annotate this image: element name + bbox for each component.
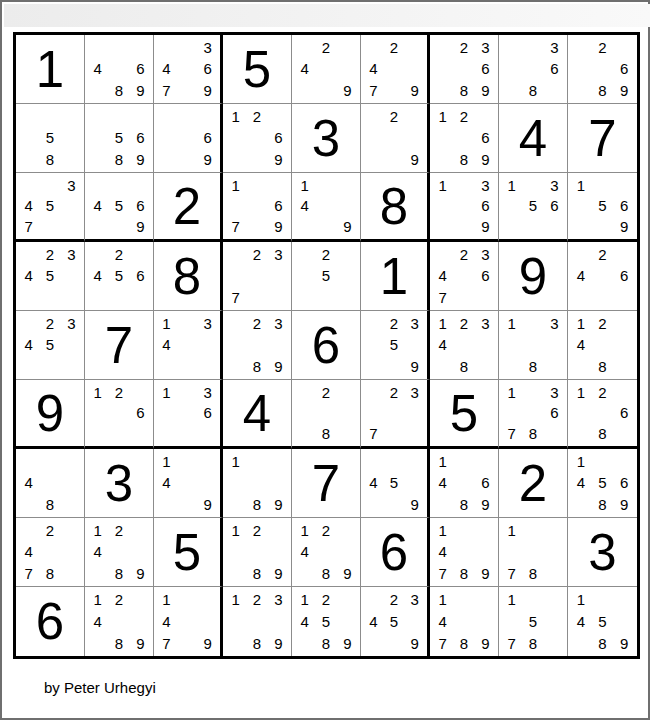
pencil-mark [613,423,635,444]
cell-r9c8[interactable]: 1578 [499,587,568,656]
candidate-grid: 12689 [430,104,498,172]
cell-r8c5[interactable]: 12489 [292,518,361,587]
candidate-grid: 1289 [223,518,291,586]
cell-r5c6[interactable]: 2359 [361,311,430,380]
pencil-mark [246,287,267,308]
pencil-mark: 1 [501,589,522,611]
pencil-mark [570,494,592,515]
page: 1468934679524924792368936826895856896912… [0,0,650,720]
cell-r4c7[interactable]: 23467 [430,242,499,311]
cell-r8c4[interactable]: 1289 [223,518,292,587]
pencil-mark [246,216,267,237]
given-digit: 8 [361,173,427,239]
cell-r2c8[interactable]: 4 [499,104,568,173]
cell-r5c1[interactable]: 2345 [16,311,85,380]
cell-r6c3[interactable]: 136 [154,380,223,449]
pencil-mark [363,149,384,170]
pencil-mark [337,403,358,424]
pencil-mark [156,356,177,377]
pencil-mark [18,149,39,170]
pencil-mark: 3 [544,382,565,403]
pencil-mark [522,175,543,196]
cell-r4c1[interactable]: 2345 [16,242,85,311]
pencil-mark: 1 [294,520,315,541]
candidate-grid: 2345 [16,242,84,310]
cell-r7c9[interactable]: 145689 [568,449,637,518]
candidate-grid: 2689 [568,35,637,103]
pencil-mark: 8 [39,149,60,170]
cell-r1c4[interactable]: 5 [223,35,292,104]
pencil-mark [384,403,405,424]
pencil-mark [177,472,198,493]
pencil-mark [363,37,384,58]
cell-r5c2[interactable]: 7 [85,311,154,380]
cell-r9c2[interactable]: 12489 [85,587,154,656]
pencil-mark: 4 [18,541,39,562]
pencil-mark [61,356,82,377]
pencil-mark [87,149,108,170]
cell-r6c1[interactable]: 9 [16,380,85,449]
pencil-mark: 8 [592,494,614,515]
pencil-mark [544,520,565,541]
cell-r5c5[interactable]: 6 [292,311,361,380]
pencil-mark [294,37,315,58]
pencil-mark: 2 [315,589,336,611]
cell-r1c6[interactable]: 2479 [361,35,430,104]
pencil-mark: 4 [18,334,39,355]
candidate-grid: 58 [16,104,84,172]
cell-r2c5[interactable]: 3 [292,104,361,173]
pencil-mark: 9 [613,216,635,237]
pencil-mark [177,149,198,170]
pencil-mark: 9 [197,632,218,654]
cell-r3c8[interactable]: 1356 [499,173,568,242]
pencil-mark [108,403,129,424]
given-digit: 3 [85,449,153,517]
pencil-mark [39,106,60,127]
cell-r4c4[interactable]: 237 [223,242,292,311]
pencil-mark [453,196,474,217]
pencil-mark: 1 [570,175,592,196]
pencil-mark [613,244,635,265]
pencil-mark: 9 [337,216,358,237]
cell-r7c3[interactable]: 149 [154,449,223,518]
pencil-mark [315,175,336,196]
pencil-mark [522,403,543,424]
cell-r4c5[interactable]: 25 [292,242,361,311]
cell-r2c2[interactable]: 5689 [85,104,154,173]
cell-r4c2[interactable]: 2456 [85,242,154,311]
pencil-mark [337,37,358,58]
pencil-mark [108,37,129,58]
cell-r6c8[interactable]: 13678 [499,380,568,449]
pencil-mark [177,356,198,377]
pencil-mark: 6 [613,58,635,79]
pencil-mark [108,106,129,127]
pencil-mark [294,265,315,286]
cell-r1c1[interactable]: 1 [16,35,85,104]
pencil-mark: 8 [453,632,474,654]
candidate-grid: 25 [292,242,360,310]
pencil-mark [570,403,592,424]
cell-r9c3[interactable]: 1479 [154,587,223,656]
cell-r3c7[interactable]: 1369 [430,173,499,242]
pencil-mark [225,494,246,515]
pencil-mark: 3 [404,382,425,403]
pencil-mark [177,80,198,101]
candidate-grid: 12489 [292,518,360,586]
candidate-grid: 2359 [361,311,427,379]
cell-r3c6[interactable]: 8 [361,173,430,242]
pencil-mark [246,541,267,562]
pencil-mark: 4 [363,611,384,633]
pencil-mark [501,58,522,79]
candidate-grid: 28 [292,380,360,446]
pencil-mark: 1 [225,451,246,472]
pencil-mark: 1 [570,382,592,403]
pencil-mark [363,106,384,127]
cell-r1c5[interactable]: 249 [292,35,361,104]
cell-r3c5[interactable]: 149 [292,173,361,242]
pencil-mark [613,313,635,334]
cell-r7c8[interactable]: 2 [499,449,568,518]
pencil-mark [337,541,358,562]
pencil-mark [268,520,289,541]
cell-r8c3[interactable]: 5 [154,518,223,587]
pencil-mark: 1 [570,451,592,472]
pencil-mark [246,334,267,355]
pencil-mark [522,334,543,355]
cell-r7c4[interactable]: 189 [223,449,292,518]
pencil-mark: 4 [570,472,592,493]
candidate-grid: 23689 [430,35,498,103]
pencil-mark: 2 [384,382,405,403]
pencil-mark: 5 [384,472,405,493]
pencil-mark: 5 [39,196,60,217]
pencil-mark [337,196,358,217]
cell-r4c6[interactable]: 1 [361,242,430,311]
pencil-mark [453,472,474,493]
pencil-mark: 9 [268,356,289,377]
pencil-mark [432,244,453,265]
pencil-mark [453,334,474,355]
pencil-mark: 2 [592,313,614,334]
pencil-mark [453,520,474,541]
cell-r2c6[interactable]: 29 [361,104,430,173]
pencil-mark [337,244,358,265]
pencil-mark [570,37,592,58]
cell-r6c9[interactable]: 1268 [568,380,637,449]
pencil-mark [177,334,198,355]
cell-r1c7[interactable]: 23689 [430,35,499,104]
pencil-mark [363,313,384,334]
pencil-mark: 2 [39,313,60,334]
pencil-mark [130,423,151,444]
pencil-mark: 6 [544,196,565,217]
pencil-mark [18,313,39,334]
pencil-mark [87,37,108,58]
given-digit: 3 [568,518,637,586]
cell-r8c7[interactable]: 14789 [430,518,499,587]
pencil-mark [225,334,246,355]
pencil-mark: 3 [404,589,425,611]
cell-r4c3[interactable]: 8 [154,242,223,311]
cell-r4c8[interactable]: 9 [499,242,568,311]
pencil-mark: 7 [225,287,246,308]
pencil-mark [268,541,289,562]
pencil-mark: 4 [87,196,108,217]
pencil-mark [177,589,198,611]
pencil-mark [613,334,635,355]
candidate-grid: 12389 [223,587,291,656]
pencil-mark: 5 [384,334,405,355]
pencil-mark [197,472,218,493]
pencil-mark [432,149,453,170]
pencil-mark: 3 [197,37,218,58]
pencil-mark [453,451,474,472]
pencil-mark: 2 [246,244,267,265]
pencil-mark [108,611,129,633]
pencil-mark: 2 [592,382,614,403]
cell-r9c5[interactable]: 124589 [292,587,361,656]
pencil-mark [130,175,151,196]
pencil-mark [453,611,474,633]
cell-r9c4[interactable]: 12389 [223,587,292,656]
cell-r5c7[interactable]: 12348 [430,311,499,380]
candidate-grid: 5689 [85,104,153,172]
pencil-mark [544,356,565,377]
pencil-mark [404,451,425,472]
cell-r7c6[interactable]: 459 [361,449,430,518]
pencil-mark [87,244,108,265]
pencil-mark: 1 [156,382,177,403]
pencil-mark [130,382,151,403]
cell-r6c5[interactable]: 28 [292,380,361,449]
cell-r6c6[interactable]: 237 [361,380,430,449]
pencil-mark [592,287,614,308]
cell-r8c1[interactable]: 2478 [16,518,85,587]
pencil-mark: 8 [522,356,543,377]
pencil-mark: 5 [315,265,336,286]
pencil-mark [130,611,151,633]
given-digit: 5 [430,380,498,446]
cell-r5c9[interactable]: 1248 [568,311,637,380]
cell-r8c9[interactable]: 3 [568,518,637,587]
pencil-mark: 2 [39,520,60,541]
pencil-mark [294,403,315,424]
pencil-mark: 2 [315,244,336,265]
pencil-mark: 8 [522,80,543,101]
cell-r6c4[interactable]: 4 [223,380,292,449]
pencil-mark: 9 [268,149,289,170]
pencil-mark: 3 [475,244,496,265]
pencil-mark [130,37,151,58]
pencil-mark [315,403,336,424]
pencil-mark [570,58,592,79]
cell-r9c7[interactable]: 14789 [430,587,499,656]
pencil-mark: 9 [337,632,358,654]
pencil-mark [197,334,218,355]
pencil-mark: 6 [268,196,289,217]
cell-r3c1[interactable]: 3457 [16,173,85,242]
pencil-mark: 2 [315,382,336,403]
pencil-mark [18,520,39,541]
candidate-grid: 14789 [430,587,498,656]
pencil-mark [453,175,474,196]
cell-r3c3[interactable]: 2 [154,173,223,242]
cell-r7c5[interactable]: 7 [292,449,361,518]
pencil-mark: 8 [246,563,267,584]
cell-r2c1[interactable]: 58 [16,104,85,173]
pencil-mark: 4 [432,265,453,286]
cell-r6c2[interactable]: 126 [85,380,154,449]
pencil-mark [363,127,384,148]
pencil-mark [592,58,614,79]
pencil-mark: 2 [384,37,405,58]
cell-r1c3[interactable]: 34679 [154,35,223,104]
pencil-mark [39,175,60,196]
cell-r2c9[interactable]: 7 [568,104,637,173]
pencil-mark [177,423,198,444]
pencil-mark [268,106,289,127]
pencil-mark: 6 [613,196,635,217]
pencil-mark [39,541,60,562]
cell-r2c7[interactable]: 12689 [430,104,499,173]
cell-r3c4[interactable]: 1679 [223,173,292,242]
pencil-mark [268,611,289,633]
pencil-mark [315,216,336,237]
pencil-mark: 8 [315,632,336,654]
pencil-mark [61,287,82,308]
cell-r7c1[interactable]: 48 [16,449,85,518]
cell-r1c9[interactable]: 2689 [568,35,637,104]
pencil-mark: 7 [432,563,453,584]
pencil-mark: 4 [156,611,177,633]
cell-r3c2[interactable]: 4569 [85,173,154,242]
pencil-mark: 9 [475,494,496,515]
pencil-mark: 2 [453,313,474,334]
pencil-mark [39,216,60,237]
pencil-mark [404,423,425,444]
cell-r7c7[interactable]: 14689 [430,449,499,518]
pencil-mark [197,589,218,611]
candidate-grid: 149 [154,449,220,517]
cell-r9c1[interactable]: 6 [16,587,85,656]
cell-r8c8[interactable]: 178 [499,518,568,587]
pencil-mark [384,80,405,101]
pencil-mark: 5 [522,611,543,633]
pencil-mark [294,244,315,265]
candidate-grid: 189 [223,449,291,517]
pencil-mark [294,423,315,444]
pencil-mark [613,451,635,472]
cell-r5c3[interactable]: 134 [154,311,223,380]
pencil-mark: 6 [197,58,218,79]
pencil-mark: 1 [501,382,522,403]
pencil-mark: 9 [197,149,218,170]
cell-r9c9[interactable]: 14589 [568,587,637,656]
given-digit: 7 [568,104,637,172]
cell-r3c9[interactable]: 1569 [568,173,637,242]
candidate-grid: 134 [154,311,220,379]
pencil-mark [384,149,405,170]
pencil-mark [18,494,39,515]
pencil-mark [501,356,522,377]
pencil-mark [197,356,218,377]
cell-r7c2[interactable]: 3 [85,449,154,518]
pencil-mark [18,356,39,377]
pencil-mark [453,216,474,237]
pencil-mark [18,244,39,265]
pencil-mark [177,37,198,58]
pencil-mark [130,520,151,541]
pencil-mark [522,382,543,403]
cell-r2c4[interactable]: 1269 [223,104,292,173]
pencil-mark [544,541,565,562]
pencil-mark: 4 [570,265,592,286]
pencil-mark: 4 [294,196,315,217]
pencil-mark: 2 [592,244,614,265]
pencil-mark: 8 [108,80,129,101]
candidate-grid: 4569 [85,173,153,239]
cell-r5c4[interactable]: 2389 [223,311,292,380]
candidate-grid: 145689 [568,449,637,517]
candidate-grid: 14689 [430,449,498,517]
cell-r1c2[interactable]: 4689 [85,35,154,104]
pencil-mark [156,37,177,58]
candidate-grid: 2456 [85,242,153,310]
pencil-mark: 9 [268,563,289,584]
pencil-mark: 6 [613,265,635,286]
pencil-mark: 2 [384,313,405,334]
given-digit: 7 [85,311,153,379]
pencil-mark: 6 [475,127,496,148]
pencil-mark: 1 [432,589,453,611]
pencil-mark [570,244,592,265]
pencil-mark [475,541,496,562]
pencil-mark [177,494,198,515]
pencil-mark [453,541,474,562]
pencil-mark [225,244,246,265]
pencil-mark: 9 [404,632,425,654]
cell-r8c2[interactable]: 12489 [85,518,154,587]
cell-r5c8[interactable]: 138 [499,311,568,380]
candidate-grid: 2479 [361,35,427,103]
cell-r1c8[interactable]: 368 [499,35,568,104]
pencil-mark [268,287,289,308]
pencil-mark [522,313,543,334]
pencil-mark [315,287,336,308]
pencil-mark [363,403,384,424]
pencil-mark: 4 [87,541,108,562]
pencil-mark: 9 [404,356,425,377]
pencil-mark: 5 [39,265,60,286]
given-digit: 2 [154,173,220,239]
pencil-mark [384,494,405,515]
pencil-mark [108,423,129,444]
pencil-mark: 8 [592,356,614,377]
pencil-mark: 7 [225,216,246,237]
cell-r6c7[interactable]: 5 [430,380,499,449]
candidate-grid: 69 [154,104,220,172]
pencil-mark: 8 [39,494,60,515]
cell-r4c9[interactable]: 246 [568,242,637,311]
cell-r8c6[interactable]: 6 [361,518,430,587]
cell-r2c3[interactable]: 69 [154,104,223,173]
pencil-mark [225,265,246,286]
pencil-mark [197,106,218,127]
cell-r9c6[interactable]: 23459 [361,587,430,656]
